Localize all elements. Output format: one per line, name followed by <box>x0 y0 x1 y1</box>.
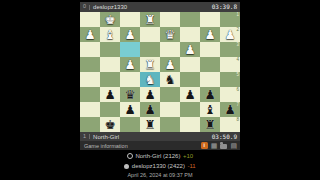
rank-coordinate-4: 4 <box>236 57 239 63</box>
chess-app-panel: 0 deslopz1330 03:39.8 ♚♜♟♝♟♛♟♟♟♟♜♟♞♞♟♛♟♟… <box>80 0 240 180</box>
square-h2[interactable]: ♟ <box>80 27 100 42</box>
square-c3[interactable]: ♟ <box>180 42 200 57</box>
square-g1[interactable]: ♚ <box>100 12 120 27</box>
square-b8[interactable]: ♜ <box>200 117 220 132</box>
square-g8[interactable]: ♚ <box>100 117 120 132</box>
square-d6[interactable] <box>160 87 180 102</box>
bar-divider <box>89 5 90 10</box>
square-c2[interactable] <box>180 27 200 42</box>
square-d7[interactable] <box>160 102 180 117</box>
white-bishop: ♝ <box>100 27 120 42</box>
rank-coordinate-7: 7 <box>236 102 239 108</box>
square-b3[interactable] <box>200 42 220 57</box>
white-pawn: ♟ <box>80 27 100 42</box>
game-date: April 26, 2024 at 09:37 PM <box>80 172 240 178</box>
info-icon[interactable]: i <box>201 142 208 149</box>
square-g5[interactable] <box>100 72 120 87</box>
square-f1[interactable] <box>120 12 140 27</box>
square-e1[interactable]: ♜ <box>140 12 160 27</box>
top-player-score: 0 <box>83 4 86 10</box>
black-queen: ♛ <box>120 87 140 102</box>
square-e8[interactable]: ♜ <box>140 117 160 132</box>
bottom-player-name: North-Girl <box>93 134 119 140</box>
square-e7[interactable]: ♟ <box>140 102 160 117</box>
square-g2[interactable]: ♝ <box>100 27 120 42</box>
square-b5[interactable] <box>200 72 220 87</box>
square-d8[interactable] <box>160 117 180 132</box>
square-b1[interactable] <box>200 12 220 27</box>
square-f3[interactable] <box>120 42 140 57</box>
game-information-bar: Game information i ▦ ▤ <box>80 141 240 150</box>
black-pawn: ♟ <box>180 87 200 102</box>
square-g3[interactable] <box>100 42 120 57</box>
rank-coordinate-6: 6 <box>236 87 239 93</box>
square-b2[interactable]: ♟ <box>200 27 220 42</box>
black-player-result-row: North-Girl (2126) +10 <box>80 153 240 159</box>
black-player-rating-change: +10 <box>183 153 193 159</box>
bar-divider <box>89 134 90 139</box>
square-e3[interactable] <box>140 42 160 57</box>
game-information-title: Game information <box>84 143 128 149</box>
top-player-clock: 03:39.8 <box>212 4 237 10</box>
square-d4[interactable]: ♟ <box>160 57 180 72</box>
white-pawn: ♟ <box>120 27 140 42</box>
info-bar-icons: i ▦ ▤ <box>201 142 237 150</box>
square-f4[interactable]: ♟ <box>120 57 140 72</box>
square-e4[interactable]: ♜ <box>140 57 160 72</box>
square-h5[interactable] <box>80 72 100 87</box>
square-h8[interactable] <box>80 117 100 132</box>
rank-coordinate-2: 2 <box>236 27 239 33</box>
square-d2[interactable]: ♛ <box>160 27 180 42</box>
square-h1[interactable] <box>80 12 100 27</box>
square-c6[interactable]: ♟ <box>180 87 200 102</box>
rank-coordinate-8: 8 <box>236 117 239 123</box>
black-player-bullet-icon <box>127 153 133 159</box>
rank-coordinate-1: 1 <box>236 12 239 18</box>
bottom-player-clock: 03:50.9 <box>212 134 237 140</box>
square-d1[interactable] <box>160 12 180 27</box>
folder-icon[interactable] <box>220 144 227 149</box>
square-d5[interactable]: ♞ <box>160 72 180 87</box>
square-b7[interactable]: ♝ <box>200 102 220 117</box>
top-player-name: deslopz1330 <box>93 4 127 10</box>
white-player-name-rating: deslopz1330 (2422) <box>132 163 185 169</box>
black-pawn: ♟ <box>140 102 160 117</box>
square-g6[interactable]: ♟ <box>100 87 120 102</box>
black-king: ♚ <box>100 117 120 132</box>
chess-board[interactable]: ♚♜♟♝♟♛♟♟♟♟♜♟♞♞♟♛♟♟♟♟♟♝♟♚♜♜12345678 <box>80 12 240 132</box>
square-c8[interactable] <box>180 117 200 132</box>
board-icon[interactable]: ▦ <box>211 142 218 150</box>
square-e5[interactable]: ♞ <box>140 72 160 87</box>
square-c5[interactable] <box>180 72 200 87</box>
square-g4[interactable] <box>100 57 120 72</box>
white-rook: ♜ <box>140 12 160 27</box>
document-icon[interactable]: ▤ <box>230 142 237 150</box>
white-pawn: ♟ <box>200 27 220 42</box>
white-king: ♚ <box>100 12 120 27</box>
black-rook: ♜ <box>140 117 160 132</box>
black-pawn: ♟ <box>100 87 120 102</box>
square-b4[interactable] <box>200 57 220 72</box>
rank-coordinate-5: 5 <box>236 72 239 78</box>
black-player-name-rating: North-Girl (2126) <box>135 153 180 159</box>
white-pawn: ♟ <box>180 42 200 57</box>
black-pawn: ♟ <box>120 102 140 117</box>
bottom-player-score: 1 <box>83 134 86 140</box>
black-knight: ♞ <box>160 72 180 87</box>
white-knight: ♞ <box>140 72 160 87</box>
square-c7[interactable] <box>180 102 200 117</box>
square-c1[interactable] <box>180 12 200 27</box>
square-e6[interactable]: ♟ <box>140 87 160 102</box>
white-player-result-row: deslopz1330 (2422) -11 <box>80 163 240 169</box>
rank-coordinate-3: 3 <box>236 42 239 48</box>
square-h7[interactable] <box>80 102 100 117</box>
square-h3[interactable] <box>80 42 100 57</box>
square-b6[interactable]: ♟ <box>200 87 220 102</box>
white-queen: ♛ <box>160 27 180 42</box>
square-c4[interactable] <box>180 57 200 72</box>
black-bishop: ♝ <box>200 102 220 117</box>
square-f6[interactable]: ♛ <box>120 87 140 102</box>
square-f7[interactable]: ♟ <box>120 102 140 117</box>
white-rook: ♜ <box>140 57 160 72</box>
black-pawn: ♟ <box>200 87 220 102</box>
black-pawn: ♟ <box>140 87 160 102</box>
square-f8[interactable] <box>120 117 140 132</box>
square-e2[interactable] <box>140 27 160 42</box>
square-f2[interactable]: ♟ <box>120 27 140 42</box>
white-player-bullet-icon <box>124 164 129 169</box>
black-rook: ♜ <box>200 117 220 132</box>
white-pawn: ♟ <box>160 57 180 72</box>
square-d3[interactable] <box>160 42 180 57</box>
white-player-rating-change: -11 <box>187 163 195 169</box>
bottom-player-bar: 1 North-Girl 03:50.9 <box>80 132 240 141</box>
square-g7[interactable] <box>100 102 120 117</box>
square-h4[interactable] <box>80 57 100 72</box>
top-player-bar: 0 deslopz1330 03:39.8 <box>80 2 240 12</box>
square-f5[interactable] <box>120 72 140 87</box>
white-pawn: ♟ <box>120 57 140 72</box>
square-h6[interactable] <box>80 87 100 102</box>
